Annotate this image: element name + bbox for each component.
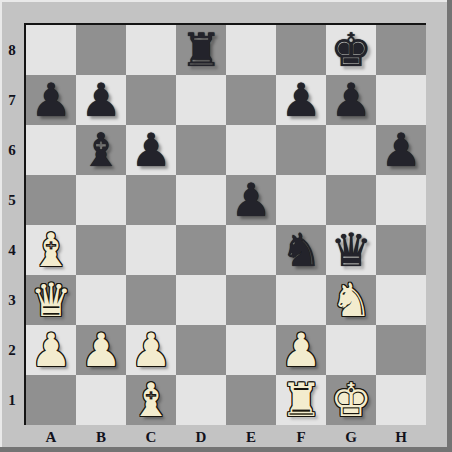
square-e3[interactable] xyxy=(226,275,276,325)
square-g1[interactable]: ♚ xyxy=(326,375,376,425)
rank-label-2: 2 xyxy=(0,325,24,375)
rank-labels: 87654321 xyxy=(0,25,24,425)
piece-black-pawn[interactable]: ♟ xyxy=(230,175,271,225)
square-a7[interactable]: ♟ xyxy=(26,75,76,125)
file-label-c: C xyxy=(126,425,176,449)
square-d5[interactable] xyxy=(176,175,226,225)
square-b6[interactable]: ♝ xyxy=(76,125,126,175)
square-h4[interactable] xyxy=(376,225,426,275)
piece-white-pawn[interactable]: ♟ xyxy=(80,325,121,375)
rank-label-7: 7 xyxy=(0,75,24,125)
square-d1[interactable] xyxy=(176,375,226,425)
square-g4[interactable]: ♛ xyxy=(326,225,376,275)
square-c1[interactable]: ♝ xyxy=(126,375,176,425)
square-f7[interactable]: ♟ xyxy=(276,75,326,125)
piece-black-pawn[interactable]: ♟ xyxy=(330,75,371,125)
rank-label-4: 4 xyxy=(0,225,24,275)
piece-white-rook[interactable]: ♜ xyxy=(280,375,321,425)
piece-black-pawn[interactable]: ♟ xyxy=(380,125,421,175)
square-c5[interactable] xyxy=(126,175,176,225)
square-c7[interactable] xyxy=(126,75,176,125)
file-label-b: B xyxy=(76,425,126,449)
square-a1[interactable] xyxy=(26,375,76,425)
square-c4[interactable] xyxy=(126,225,176,275)
rank-label-3: 3 xyxy=(0,275,24,325)
square-h6[interactable]: ♟ xyxy=(376,125,426,175)
square-e8[interactable] xyxy=(226,25,276,75)
square-b3[interactable] xyxy=(76,275,126,325)
rank-label-8: 8 xyxy=(0,25,24,75)
piece-white-pawn[interactable]: ♟ xyxy=(280,325,321,375)
rank-label-5: 5 xyxy=(0,175,24,225)
square-f3[interactable] xyxy=(276,275,326,325)
file-labels: ABCDEFGH xyxy=(26,425,426,449)
square-d4[interactable] xyxy=(176,225,226,275)
square-d7[interactable] xyxy=(176,75,226,125)
square-h5[interactable] xyxy=(376,175,426,225)
square-a5[interactable] xyxy=(26,175,76,225)
square-e1[interactable] xyxy=(226,375,276,425)
piece-black-king[interactable]: ♚ xyxy=(330,25,371,75)
square-f4[interactable]: ♞ xyxy=(276,225,326,275)
board-outline: ♜♚♟♟♟♟♝♟♟♟♝♞♛♛♞♟♟♟♟♝♜♚ xyxy=(24,23,426,425)
piece-black-queen[interactable]: ♛ xyxy=(330,225,371,275)
piece-white-pawn[interactable]: ♟ xyxy=(130,325,171,375)
piece-white-pawn[interactable]: ♟ xyxy=(30,325,71,375)
piece-black-bishop[interactable]: ♝ xyxy=(80,125,121,175)
file-label-d: D xyxy=(176,425,226,449)
piece-white-bishop[interactable]: ♝ xyxy=(130,375,171,425)
square-b7[interactable]: ♟ xyxy=(76,75,126,125)
piece-white-bishop[interactable]: ♝ xyxy=(30,225,71,275)
piece-black-pawn[interactable]: ♟ xyxy=(280,75,321,125)
file-label-f: F xyxy=(276,425,326,449)
square-e7[interactable] xyxy=(226,75,276,125)
square-f6[interactable] xyxy=(276,125,326,175)
square-g6[interactable] xyxy=(326,125,376,175)
square-d6[interactable] xyxy=(176,125,226,175)
square-c2[interactable]: ♟ xyxy=(126,325,176,375)
piece-black-pawn[interactable]: ♟ xyxy=(80,75,121,125)
square-h7[interactable] xyxy=(376,75,426,125)
file-label-g: G xyxy=(326,425,376,449)
square-b2[interactable]: ♟ xyxy=(76,325,126,375)
chess-window: 87654321 ♜♚♟♟♟♟♝♟♟♟♝♞♛♛♞♟♟♟♟♝♜♚ ABCDEFGH xyxy=(0,0,452,452)
piece-white-queen[interactable]: ♛ xyxy=(30,275,71,325)
square-a2[interactable]: ♟ xyxy=(26,325,76,375)
square-h3[interactable] xyxy=(376,275,426,325)
square-g7[interactable]: ♟ xyxy=(326,75,376,125)
square-d3[interactable] xyxy=(176,275,226,325)
rank-label-1: 1 xyxy=(0,375,24,425)
square-g8[interactable]: ♚ xyxy=(326,25,376,75)
square-c8[interactable] xyxy=(126,25,176,75)
square-b1[interactable] xyxy=(76,375,126,425)
square-e2[interactable] xyxy=(226,325,276,375)
piece-white-knight[interactable]: ♞ xyxy=(330,275,371,325)
file-label-e: E xyxy=(226,425,276,449)
square-g2[interactable] xyxy=(326,325,376,375)
file-label-h: H xyxy=(376,425,426,449)
square-b4[interactable] xyxy=(76,225,126,275)
square-f2[interactable]: ♟ xyxy=(276,325,326,375)
square-c6[interactable]: ♟ xyxy=(126,125,176,175)
square-b8[interactable] xyxy=(76,25,126,75)
piece-black-pawn[interactable]: ♟ xyxy=(30,75,71,125)
square-e6[interactable] xyxy=(226,125,276,175)
square-e4[interactable] xyxy=(226,225,276,275)
rank-label-6: 6 xyxy=(0,125,24,175)
piece-black-knight[interactable]: ♞ xyxy=(280,225,321,275)
square-a3[interactable]: ♛ xyxy=(26,275,76,325)
square-h8[interactable] xyxy=(376,25,426,75)
square-b5[interactable] xyxy=(76,175,126,225)
square-a4[interactable]: ♝ xyxy=(26,225,76,275)
square-d8[interactable]: ♜ xyxy=(176,25,226,75)
piece-black-pawn[interactable]: ♟ xyxy=(130,125,171,175)
square-c3[interactable] xyxy=(126,275,176,325)
piece-black-rook[interactable]: ♜ xyxy=(180,25,221,75)
square-f5[interactable] xyxy=(276,175,326,225)
square-g5[interactable] xyxy=(326,175,376,225)
square-a8[interactable] xyxy=(26,25,76,75)
board: ♜♚♟♟♟♟♝♟♟♟♝♞♛♛♞♟♟♟♟♝♜♚ xyxy=(26,25,426,425)
square-e5[interactable]: ♟ xyxy=(226,175,276,225)
square-h2[interactable] xyxy=(376,325,426,375)
square-d2[interactable] xyxy=(176,325,226,375)
square-h1[interactable] xyxy=(376,375,426,425)
file-label-a: A xyxy=(26,425,76,449)
piece-white-king[interactable]: ♚ xyxy=(330,375,371,425)
square-a6[interactable] xyxy=(26,125,76,175)
square-g3[interactable]: ♞ xyxy=(326,275,376,325)
square-f1[interactable]: ♜ xyxy=(276,375,326,425)
square-f8[interactable] xyxy=(276,25,326,75)
